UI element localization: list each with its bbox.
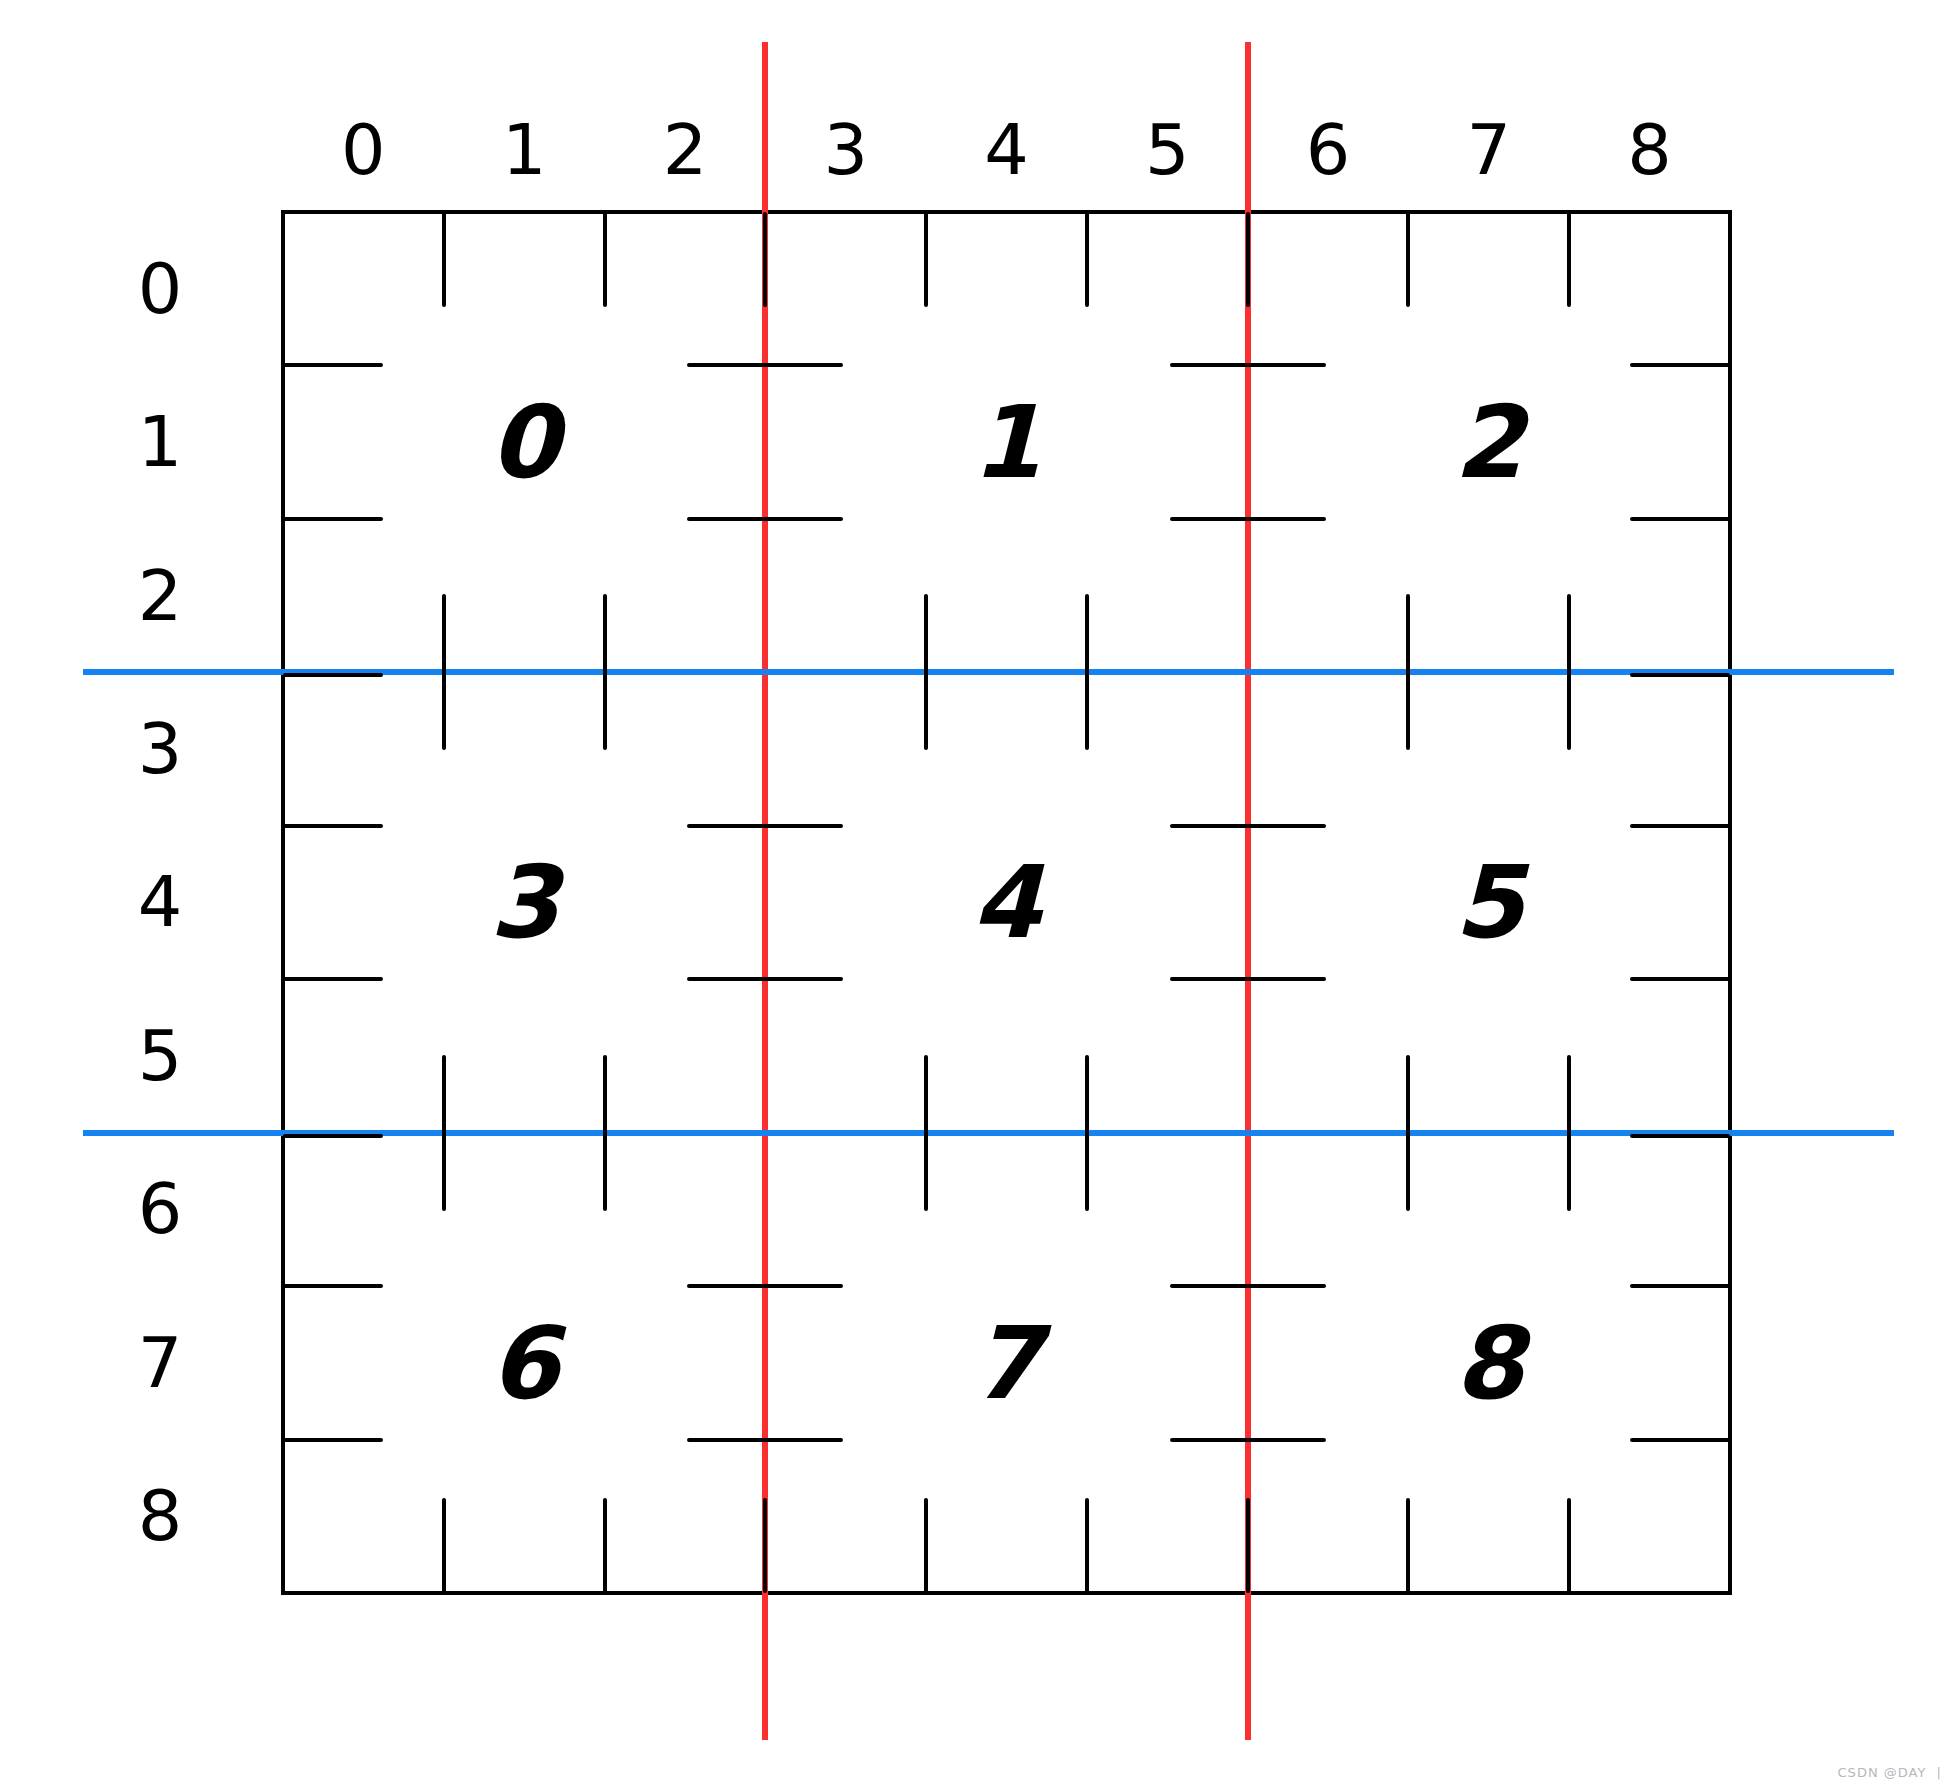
box-index-5: 5 (1454, 844, 1524, 961)
cell-divider-tick (1630, 1438, 1730, 1442)
cell-divider-tick (603, 1055, 607, 1211)
cell-divider-tick (1406, 1498, 1410, 1593)
cell-divider-tick (283, 517, 383, 521)
cell-divider-tick (603, 594, 607, 750)
cell-divider-tick (442, 212, 446, 307)
box-divider-tick (1630, 1134, 1730, 1138)
cell-divider-tick (603, 1498, 607, 1593)
cell-divider-tick (603, 212, 607, 307)
box-index-2: 2 (1454, 384, 1524, 501)
row-label-3: 3 (138, 708, 183, 790)
cell-divider-tick (687, 977, 843, 981)
cell-divider-tick (283, 1438, 383, 1442)
cell-divider-tick (1170, 1284, 1326, 1288)
column-label-2: 2 (663, 109, 708, 191)
cell-divider-tick (1567, 1055, 1571, 1211)
row-label-5: 5 (138, 1015, 183, 1097)
column-label-3: 3 (823, 109, 868, 191)
cell-divider-tick (442, 1055, 446, 1211)
cell-divider-tick (1170, 977, 1326, 981)
column-label-6: 6 (1306, 109, 1351, 191)
cell-divider-tick (1085, 594, 1089, 750)
cell-divider-tick (1630, 517, 1730, 521)
row-label-2: 2 (138, 555, 183, 637)
column-label-4: 4 (984, 109, 1029, 191)
cell-divider-tick (687, 363, 843, 367)
cell-divider-tick (1406, 212, 1410, 307)
cell-divider-tick (1567, 594, 1571, 750)
cell-divider-tick (687, 1438, 843, 1442)
box-index-0: 0 (489, 384, 559, 501)
cell-divider-tick (687, 517, 843, 521)
box-divider-tick (1630, 673, 1730, 677)
cell-divider-tick (1170, 824, 1326, 828)
column-label-5: 5 (1145, 109, 1190, 191)
cell-divider-tick (1630, 1284, 1730, 1288)
column-label-0: 0 (341, 109, 386, 191)
row-label-1: 1 (138, 401, 183, 483)
box-divider-tick (283, 1134, 383, 1138)
box-index-8: 8 (1454, 1304, 1524, 1421)
box-index-3: 3 (489, 844, 559, 961)
cell-divider-tick (1630, 824, 1730, 828)
cell-divider-tick (687, 1284, 843, 1288)
cell-divider-tick (283, 977, 383, 981)
row-label-4: 4 (138, 861, 183, 943)
row-label-8: 8 (138, 1475, 183, 1557)
box-divider-tick (1246, 1498, 1250, 1593)
cell-divider-tick (1085, 1498, 1089, 1593)
box-index-4: 4 (972, 844, 1042, 961)
sudoku-box-index-diagram: CSDN @DAY | 012345678012345678012345678 (0, 0, 1956, 1788)
box-divider-tick (763, 212, 767, 307)
cell-divider-tick (442, 1498, 446, 1593)
cell-divider-tick (1170, 517, 1326, 521)
row-label-0: 0 (138, 248, 183, 330)
cell-divider-tick (1567, 1498, 1571, 1593)
cell-divider-tick (1085, 1055, 1089, 1211)
row-label-6: 6 (138, 1168, 183, 1250)
box-index-7: 7 (972, 1304, 1042, 1421)
cell-divider-tick (1406, 594, 1410, 750)
cell-divider-tick (1170, 363, 1326, 367)
box-divider-tick (763, 1498, 767, 1593)
column-label-7: 7 (1467, 109, 1512, 191)
cell-divider-tick (1085, 212, 1089, 307)
cell-divider-tick (1630, 977, 1730, 981)
box-index-1: 1 (972, 384, 1042, 501)
cell-divider-tick (924, 594, 928, 750)
cell-divider-tick (1567, 212, 1571, 307)
cell-divider-tick (1406, 1055, 1410, 1211)
cell-divider-tick (283, 824, 383, 828)
box-divider-tick (1246, 212, 1250, 307)
box-index-6: 6 (489, 1304, 559, 1421)
column-label-1: 1 (502, 109, 547, 191)
box-divider-tick (283, 673, 383, 677)
cell-divider-tick (687, 824, 843, 828)
cell-divider-tick (924, 1055, 928, 1211)
cell-divider-tick (442, 594, 446, 750)
cell-divider-tick (1630, 363, 1730, 367)
cell-divider-tick (924, 212, 928, 307)
cell-divider-tick (924, 1498, 928, 1593)
column-label-8: 8 (1627, 109, 1672, 191)
row-label-7: 7 (138, 1322, 183, 1404)
cell-divider-tick (283, 363, 383, 367)
watermark: CSDN @DAY | (1838, 1765, 1942, 1780)
cell-divider-tick (1170, 1438, 1326, 1442)
cell-divider-tick (283, 1284, 383, 1288)
